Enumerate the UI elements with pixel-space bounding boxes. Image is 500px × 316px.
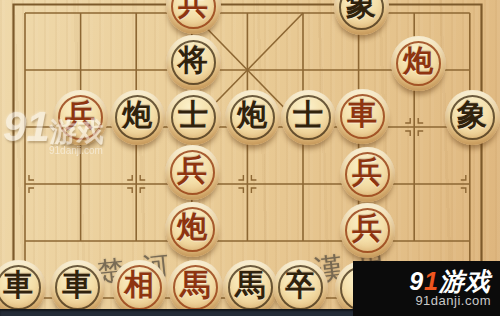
piece-black-cannon[interactable]: 炮 — [225, 90, 280, 145]
piece-black-chariot[interactable]: 車 — [50, 260, 105, 315]
piece-red-soldier[interactable]: 兵 — [340, 203, 395, 258]
piece-red-elephant[interactable]: 相 — [112, 260, 167, 315]
piece-glyph: 馬 — [235, 270, 265, 300]
piece-black-soldier[interactable]: 卒 — [273, 260, 328, 315]
watermark-left-domain: 91danji.com — [49, 146, 104, 156]
piece-black-horse[interactable]: 馬 — [223, 260, 278, 315]
piece-glyph: 兵 — [352, 213, 382, 243]
piece-glyph: 炮 — [122, 100, 152, 130]
banner-brand-nine: 9 — [409, 267, 424, 295]
piece-red-soldier[interactable]: 兵 — [165, 145, 220, 200]
piece-glyph: 馬 — [180, 270, 210, 300]
watermark-banner: 91游戏 91danji.com — [353, 261, 500, 316]
piece-glyph: 車 — [347, 99, 377, 129]
piece-red-soldier[interactable]: 兵 — [340, 147, 395, 202]
piece-black-elephant[interactable]: 象 — [445, 90, 500, 145]
piece-red-horse[interactable]: 馬 — [168, 260, 223, 315]
piece-black-general[interactable]: 将 — [166, 35, 221, 90]
piece-glyph: 炮 — [237, 100, 267, 130]
piece-red-cannon[interactable]: 炮 — [391, 36, 446, 91]
piece-black-advisor[interactable]: 士 — [166, 90, 221, 145]
piece-glyph: 兵 — [178, 0, 208, 19]
piece-black-advisor[interactable]: 士 — [281, 90, 336, 145]
piece-glyph: 卒 — [285, 270, 315, 300]
banner-brand: 91游戏 — [409, 268, 491, 294]
watermark-left-word: 游戏 — [50, 117, 104, 147]
piece-glyph: 車 — [3, 270, 33, 300]
piece-black-cannon[interactable]: 炮 — [110, 90, 165, 145]
piece-glyph: 兵 — [177, 155, 207, 185]
piece-glyph: 士 — [293, 100, 323, 130]
piece-glyph: 兵 — [352, 157, 382, 187]
piece-glyph: 炮 — [177, 212, 207, 242]
piece-glyph: 車 — [62, 270, 92, 300]
piece-black-elephant[interactable]: 象 — [334, 0, 389, 35]
piece-red-chariot[interactable]: 車 — [335, 89, 390, 144]
banner-brand-word: 游戏 — [439, 267, 491, 295]
piece-glyph: 士 — [178, 100, 208, 130]
watermark-left-logo: 91游戏 91danji.com — [3, 106, 104, 156]
piece-red-soldier[interactable]: 兵 — [166, 0, 221, 34]
watermark-left-number: 91 — [3, 103, 50, 150]
piece-glyph: 象 — [346, 0, 376, 20]
piece-black-chariot[interactable]: 車 — [0, 260, 46, 315]
banner-domain: 91danji.com — [415, 294, 491, 308]
piece-glyph: 象 — [457, 100, 487, 130]
piece-glyph: 炮 — [403, 46, 433, 76]
piece-glyph: 将 — [178, 45, 208, 75]
piece-red-cannon[interactable]: 炮 — [165, 202, 220, 257]
xiangqi-board-screenshot: 楚河 漢界 兵象将炮兵炮士炮士車象兵兵炮兵車車相馬馬卒 91游戏 91danji… — [0, 0, 500, 316]
banner-brand-one: 1 — [424, 267, 439, 295]
piece-glyph: 相 — [124, 270, 154, 300]
